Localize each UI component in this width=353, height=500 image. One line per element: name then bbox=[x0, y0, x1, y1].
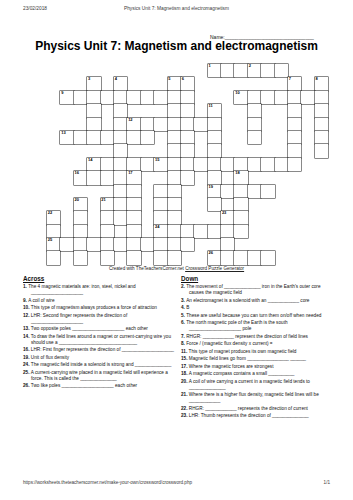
grid-cell: 4 bbox=[114, 77, 127, 90]
grid-blank bbox=[275, 171, 288, 184]
grid-cell bbox=[221, 251, 234, 264]
grid-blank bbox=[47, 158, 60, 171]
grid-cell bbox=[248, 104, 261, 117]
grid-blank bbox=[114, 251, 127, 264]
print-doc-title: Physics Unit 7: Magnetism and electromag… bbox=[0, 6, 353, 11]
grid-blank bbox=[261, 131, 274, 144]
grid-cell bbox=[101, 131, 114, 144]
grid-cell bbox=[127, 198, 140, 211]
grid-blank bbox=[194, 211, 207, 224]
grid-cell: 10 bbox=[234, 91, 247, 104]
grid-blank bbox=[221, 91, 234, 104]
clue-number-9: 9 bbox=[61, 91, 63, 96]
grid-blank bbox=[181, 198, 194, 211]
grid-cell bbox=[114, 104, 127, 117]
clue-text: Magnetic field lines go from ___________… bbox=[189, 356, 306, 361]
grid-cell bbox=[181, 171, 194, 184]
grid-blank bbox=[221, 77, 234, 90]
grid-blank bbox=[47, 198, 60, 211]
clue-number-3: 3 bbox=[88, 77, 90, 82]
grid-blank bbox=[74, 158, 87, 171]
grid-cell bbox=[234, 211, 247, 224]
across-clue-list: 1. The 4 magnetic materials are: iron, s… bbox=[23, 284, 177, 389]
grid-cell bbox=[114, 144, 127, 157]
grid-cell bbox=[127, 211, 140, 224]
across-clue-item: 19. Unit of flux density bbox=[23, 355, 177, 361]
down-clue-item: 18. A magnetic compass contains a small … bbox=[181, 371, 331, 377]
down-clue-item: 8. Force / (magnetic flux density x curr… bbox=[181, 341, 331, 347]
grid-cell bbox=[234, 198, 247, 211]
grid-cell bbox=[315, 131, 328, 144]
grid-blank bbox=[261, 225, 274, 238]
grid-cell bbox=[208, 144, 221, 157]
grid-cell bbox=[114, 171, 127, 184]
clue-number-16: 16 bbox=[75, 171, 79, 176]
grid-cell bbox=[114, 118, 127, 131]
down-clue-item: 15. Magnetic field lines go from _______… bbox=[181, 356, 331, 362]
grid-blank bbox=[221, 131, 234, 144]
grid-cell bbox=[141, 91, 154, 104]
clue-number-6: 6 bbox=[182, 77, 184, 82]
grid-cell bbox=[194, 118, 207, 131]
grid-blank bbox=[74, 118, 87, 131]
grid-blank bbox=[87, 225, 100, 238]
grid-cell bbox=[288, 131, 301, 144]
grid-blank bbox=[275, 77, 288, 90]
clue-number-26: 26 bbox=[208, 251, 212, 256]
worksheet-page: 23/02/2018 Physics Unit 7: Magnetism and… bbox=[0, 0, 353, 500]
grid-cell: 22 bbox=[47, 211, 60, 224]
grid-blank bbox=[47, 91, 60, 104]
grid-cell bbox=[315, 118, 328, 131]
grid-blank bbox=[60, 198, 73, 211]
grid-cell: 5 bbox=[168, 77, 181, 90]
grid-blank bbox=[127, 77, 140, 90]
grid-blank bbox=[154, 171, 167, 184]
grid-blank bbox=[194, 131, 207, 144]
grid-blank bbox=[141, 251, 154, 264]
grid-blank bbox=[194, 238, 207, 251]
crossword-grid: 1234567891011121314151617181920212223242… bbox=[47, 64, 328, 265]
clue-text: An electromagnet is a solenoid with an _… bbox=[186, 298, 309, 303]
grid-cell bbox=[101, 251, 114, 264]
grid-blank bbox=[101, 185, 114, 198]
grid-blank bbox=[301, 131, 314, 144]
clue-number-14: 14 bbox=[88, 158, 92, 163]
clue-number-label: 22. bbox=[181, 406, 189, 411]
grid-cell bbox=[168, 131, 181, 144]
grid-blank bbox=[127, 64, 140, 77]
grid-cell bbox=[101, 158, 114, 171]
across-heading: Across bbox=[23, 276, 177, 282]
grid-cell bbox=[315, 144, 328, 157]
grid-cell bbox=[261, 64, 274, 77]
clue-number-label: 16. bbox=[23, 347, 31, 352]
clue-number-label: 14. bbox=[23, 334, 31, 339]
grid-cell bbox=[208, 131, 221, 144]
clue-number-7: 7 bbox=[289, 77, 291, 82]
grid-blank bbox=[141, 77, 154, 90]
grid-cell bbox=[208, 158, 221, 171]
grid-blank bbox=[127, 104, 140, 117]
clue-text: To draw the field lines around a magnet … bbox=[31, 334, 171, 345]
clue-number-18: 18 bbox=[235, 171, 239, 176]
clue-number-label: 25. bbox=[23, 370, 31, 375]
grid-cell bbox=[141, 238, 154, 251]
grid-blank bbox=[87, 198, 100, 211]
clue-number-label: 18. bbox=[181, 371, 189, 376]
down-clue-item: 7. RHGR: ____________ represent the dire… bbox=[181, 334, 331, 340]
clue-number-8: 8 bbox=[316, 77, 318, 82]
grid-blank bbox=[275, 211, 288, 224]
grid-blank bbox=[221, 144, 234, 157]
clue-text: LHR: First finger represents the directi… bbox=[31, 347, 174, 352]
grid-blank bbox=[154, 144, 167, 157]
grid-cell: 9 bbox=[60, 91, 73, 104]
grid-blank bbox=[301, 198, 314, 211]
grid-blank bbox=[101, 104, 114, 117]
grid-blank bbox=[315, 171, 328, 184]
grid-cell bbox=[47, 251, 60, 264]
grid-cell bbox=[288, 158, 301, 171]
grid-blank bbox=[261, 198, 274, 211]
down-clue-item: 2. The movement of ______________ iron i… bbox=[181, 284, 331, 296]
grid-blank bbox=[275, 225, 288, 238]
clue-number-12: 12 bbox=[128, 118, 132, 123]
grid-cell bbox=[87, 131, 100, 144]
grid-blank bbox=[194, 104, 207, 117]
grid-cell bbox=[275, 158, 288, 171]
grid-cell bbox=[127, 225, 140, 238]
grid-cell bbox=[168, 185, 181, 198]
grid-blank bbox=[87, 144, 100, 157]
grid-blank bbox=[221, 104, 234, 117]
clue-text: LHR: Thumb represents the direction of _… bbox=[189, 413, 309, 418]
grid-blank bbox=[141, 225, 154, 238]
down-clue-item: 17. Where the magnetic forces are strong… bbox=[181, 364, 331, 370]
grid-cell bbox=[168, 211, 181, 224]
grid-blank bbox=[74, 144, 87, 157]
grid-blank bbox=[74, 64, 87, 77]
grid-blank bbox=[301, 225, 314, 238]
grid-cell bbox=[288, 91, 301, 104]
grid-blank bbox=[315, 198, 328, 211]
grid-blank bbox=[60, 171, 73, 184]
clue-text: A current-carrying wire placed in a magn… bbox=[31, 370, 168, 381]
page-title: Physics Unit 7: Magnetism and electromag… bbox=[0, 39, 353, 53]
grid-blank bbox=[47, 118, 60, 131]
grid-cell: 17 bbox=[127, 171, 140, 184]
grid-cell bbox=[315, 91, 328, 104]
grid-blank bbox=[114, 64, 127, 77]
grid-blank bbox=[181, 185, 194, 198]
grid-cell bbox=[288, 118, 301, 131]
clue-number-2: 2 bbox=[249, 64, 251, 69]
grid-blank bbox=[154, 77, 167, 90]
grid-blank bbox=[141, 144, 154, 157]
across-clue-item: 14. To draw the field lines around a mag… bbox=[23, 334, 177, 346]
grid-blank bbox=[194, 144, 207, 157]
grid-cell bbox=[87, 238, 100, 251]
grid-blank bbox=[275, 185, 288, 198]
clue-text: Two opposite poles ____________________ … bbox=[31, 326, 148, 331]
grid-blank bbox=[60, 225, 73, 238]
grid-cell bbox=[141, 131, 154, 144]
grid-cell bbox=[301, 91, 314, 104]
grid-cell bbox=[154, 198, 167, 211]
clue-number-22: 22 bbox=[48, 211, 52, 216]
grid-blank bbox=[301, 251, 314, 264]
grid-cell: 15 bbox=[154, 158, 167, 171]
grid-cell bbox=[127, 185, 140, 198]
grid-blank bbox=[234, 118, 247, 131]
grid-blank bbox=[221, 118, 234, 131]
grid-blank bbox=[194, 91, 207, 104]
grid-blank bbox=[301, 144, 314, 157]
down-clue-item: 21. Where there is a higher flux density… bbox=[181, 392, 331, 404]
grid-cell bbox=[168, 144, 181, 157]
across-clue-item: 9. A coil of wire bbox=[23, 298, 177, 304]
clue-text: The north magnetic pole of the Earth is … bbox=[186, 320, 287, 331]
clue-number-label: 10. bbox=[23, 305, 31, 310]
grid-cell bbox=[221, 225, 234, 238]
clue-text: A coil of wire carrying a current in a m… bbox=[189, 379, 310, 390]
clue-number-label: 23. bbox=[181, 413, 189, 418]
crossword-grid-wrap: 1234567891011121314151617181920212223242… bbox=[47, 64, 328, 265]
grid-cell bbox=[275, 91, 288, 104]
clue-text: This type of magnet produces its own mag… bbox=[189, 349, 297, 354]
grid-blank bbox=[208, 238, 221, 251]
grid-blank bbox=[60, 158, 73, 171]
grid-cell bbox=[221, 64, 234, 77]
grid-cell bbox=[168, 118, 181, 131]
grid-cell bbox=[74, 131, 87, 144]
grid-cell bbox=[181, 131, 194, 144]
clue-number-21: 21 bbox=[101, 198, 105, 203]
clue-number-label: 13. bbox=[23, 326, 31, 331]
grid-blank bbox=[288, 225, 301, 238]
grid-cell bbox=[154, 91, 167, 104]
clue-number-15: 15 bbox=[155, 158, 159, 163]
grid-blank bbox=[221, 198, 234, 211]
grid-blank bbox=[154, 64, 167, 77]
grid-blank bbox=[288, 198, 301, 211]
grid-blank bbox=[60, 251, 73, 264]
grid-cell bbox=[114, 238, 127, 251]
clue-text: Two like poles ____________________ each… bbox=[31, 383, 137, 388]
clue-number-19: 19 bbox=[208, 185, 212, 190]
grid-blank bbox=[194, 251, 207, 264]
grid-cell bbox=[114, 158, 127, 171]
grid-cell bbox=[221, 158, 234, 171]
grid-blank bbox=[47, 104, 60, 117]
grid-cell bbox=[194, 158, 207, 171]
clue-number-17: 17 bbox=[128, 171, 132, 176]
grid-cell bbox=[74, 91, 87, 104]
clue-number-1: 1 bbox=[208, 64, 210, 69]
grid-cell bbox=[288, 104, 301, 117]
grid-cell bbox=[74, 211, 87, 224]
grid-cell bbox=[181, 238, 194, 251]
grid-blank bbox=[60, 77, 73, 90]
generator-link[interactable]: Crossword Puzzle Generator bbox=[185, 266, 244, 271]
grid-cell bbox=[168, 198, 181, 211]
grid-cell: 19 bbox=[208, 185, 221, 198]
grid-cell: 21 bbox=[101, 198, 114, 211]
grid-blank bbox=[248, 211, 261, 224]
grid-cell: 25 bbox=[47, 238, 60, 251]
grid-blank bbox=[74, 77, 87, 90]
grid-cell bbox=[127, 238, 140, 251]
down-clue-item: 11. This type of magnet produces its own… bbox=[181, 349, 331, 355]
clue-number-24: 24 bbox=[155, 225, 159, 230]
grid-blank bbox=[60, 185, 73, 198]
grid-cell bbox=[221, 238, 234, 251]
down-clue-item: 23. LHR: Thumb represents the direction … bbox=[181, 413, 331, 419]
grid-blank bbox=[275, 238, 288, 251]
grid-blank bbox=[234, 144, 247, 157]
grid-blank bbox=[194, 64, 207, 77]
grid-blank bbox=[315, 64, 328, 77]
grid-blank bbox=[47, 64, 60, 77]
grid-cell bbox=[275, 64, 288, 77]
grid-cell bbox=[181, 158, 194, 171]
grid-cell: 24 bbox=[154, 225, 167, 238]
clue-text: The 4 magnetic materials are: iron, stee… bbox=[28, 284, 135, 295]
grid-blank bbox=[261, 238, 274, 251]
grid-cell bbox=[234, 158, 247, 171]
grid-blank bbox=[168, 64, 181, 77]
grid-blank bbox=[275, 251, 288, 264]
grid-blank bbox=[248, 144, 261, 157]
grid-blank bbox=[60, 64, 73, 77]
clue-number-label: 11. bbox=[181, 349, 189, 354]
grid-cell bbox=[194, 225, 207, 238]
grid-cell bbox=[154, 238, 167, 251]
clue-number-label: 26. bbox=[23, 383, 31, 388]
grid-cell bbox=[181, 118, 194, 131]
grid-cell bbox=[181, 104, 194, 117]
grid-blank bbox=[101, 77, 114, 90]
grid-blank bbox=[301, 171, 314, 184]
grid-cell bbox=[114, 198, 127, 211]
clue-number-23: 23 bbox=[222, 211, 226, 216]
grid-cell bbox=[234, 185, 247, 198]
grid-blank bbox=[141, 211, 154, 224]
created-with-line: Created with TheTeachersCorner.net Cross… bbox=[0, 266, 353, 271]
grid-blank bbox=[47, 144, 60, 157]
grid-cell bbox=[87, 118, 100, 131]
grid-blank bbox=[261, 104, 274, 117]
clue-text: Where the magnetic forces are strongest bbox=[189, 364, 274, 369]
across-clue-item: 1. The 4 magnetic materials are: iron, s… bbox=[23, 284, 177, 296]
clue-number-label: 21. bbox=[181, 392, 189, 397]
clue-text: Force / (magnetic flux density x current… bbox=[186, 341, 272, 346]
grid-cell: 2 bbox=[248, 64, 261, 77]
grid-blank bbox=[248, 77, 261, 90]
across-clue-item: 26. Two like poles ____________________ … bbox=[23, 383, 177, 389]
grid-blank bbox=[275, 118, 288, 131]
grid-blank bbox=[47, 171, 60, 184]
grid-blank bbox=[315, 251, 328, 264]
grid-cell bbox=[141, 118, 154, 131]
grid-blank bbox=[315, 211, 328, 224]
clue-text: A magnetic compass contains a small ____… bbox=[189, 371, 295, 376]
grid-blank bbox=[275, 104, 288, 117]
grid-cell bbox=[234, 251, 247, 264]
grid-blank bbox=[141, 64, 154, 77]
grid-blank bbox=[315, 158, 328, 171]
grid-blank bbox=[141, 185, 154, 198]
grid-blank bbox=[275, 131, 288, 144]
grid-blank bbox=[301, 118, 314, 131]
grid-cell: 11 bbox=[208, 104, 221, 117]
grid-cell bbox=[315, 104, 328, 117]
clue-text: LHR: Second finger represents the direct… bbox=[31, 313, 127, 324]
grid-cell: 14 bbox=[87, 158, 100, 171]
grid-blank bbox=[194, 198, 207, 211]
grid-cell bbox=[154, 118, 167, 131]
grid-blank bbox=[234, 238, 247, 251]
across-clue-item: 25. A current-carrying wire placed in a … bbox=[23, 370, 177, 382]
grid-cell: 26 bbox=[208, 251, 221, 264]
clue-text: Unit of flux density bbox=[31, 355, 69, 360]
grid-blank bbox=[60, 144, 73, 157]
grid-cell bbox=[127, 158, 140, 171]
grid-cell: 18 bbox=[234, 171, 247, 184]
grid-blank bbox=[288, 185, 301, 198]
grid-cell bbox=[74, 225, 87, 238]
grid-cell bbox=[101, 91, 114, 104]
grid-blank bbox=[194, 77, 207, 90]
grid-blank bbox=[315, 225, 328, 238]
across-section: Across 1. The 4 magnetic materials are: … bbox=[23, 276, 177, 391]
grid-blank bbox=[181, 211, 194, 224]
grid-cell bbox=[127, 91, 140, 104]
grid-blank bbox=[87, 64, 100, 77]
grid-cell bbox=[127, 251, 140, 264]
grid-blank bbox=[208, 77, 221, 90]
grid-cell: 1 bbox=[208, 64, 221, 77]
grid-blank bbox=[47, 131, 60, 144]
grid-cell bbox=[101, 225, 114, 238]
grid-cell bbox=[248, 251, 261, 264]
grid-cell bbox=[208, 118, 221, 131]
across-clue-item: 10. This type of magnetism always produc… bbox=[23, 305, 177, 311]
clue-text: Where there is a higher flux density, ma… bbox=[189, 392, 319, 403]
grid-cell bbox=[168, 238, 181, 251]
down-clue-item: 20. A coil of wire carrying a current in… bbox=[181, 379, 331, 391]
grid-cell: 23 bbox=[221, 211, 234, 224]
grid-blank bbox=[261, 171, 274, 184]
grid-cell bbox=[114, 131, 127, 144]
grid-cell bbox=[181, 91, 194, 104]
clue-text: A coil of wire bbox=[28, 298, 54, 303]
clue-number-label: 12. bbox=[23, 313, 31, 318]
grid-blank bbox=[181, 251, 194, 264]
grid-cell bbox=[168, 225, 181, 238]
grid-blank bbox=[301, 158, 314, 171]
across-clue-item: 24. The magnetic field inside a solenoid… bbox=[23, 362, 177, 368]
grid-blank bbox=[301, 211, 314, 224]
grid-cell bbox=[74, 251, 87, 264]
grid-blank bbox=[114, 225, 127, 238]
grid-cell bbox=[127, 131, 140, 144]
down-clue-item: 3. An electromagnet is a solenoid with a… bbox=[181, 298, 331, 304]
grid-blank bbox=[261, 144, 274, 157]
across-clue-item: 16. LHR: First finger represents the dir… bbox=[23, 347, 177, 353]
grid-blank bbox=[141, 198, 154, 211]
